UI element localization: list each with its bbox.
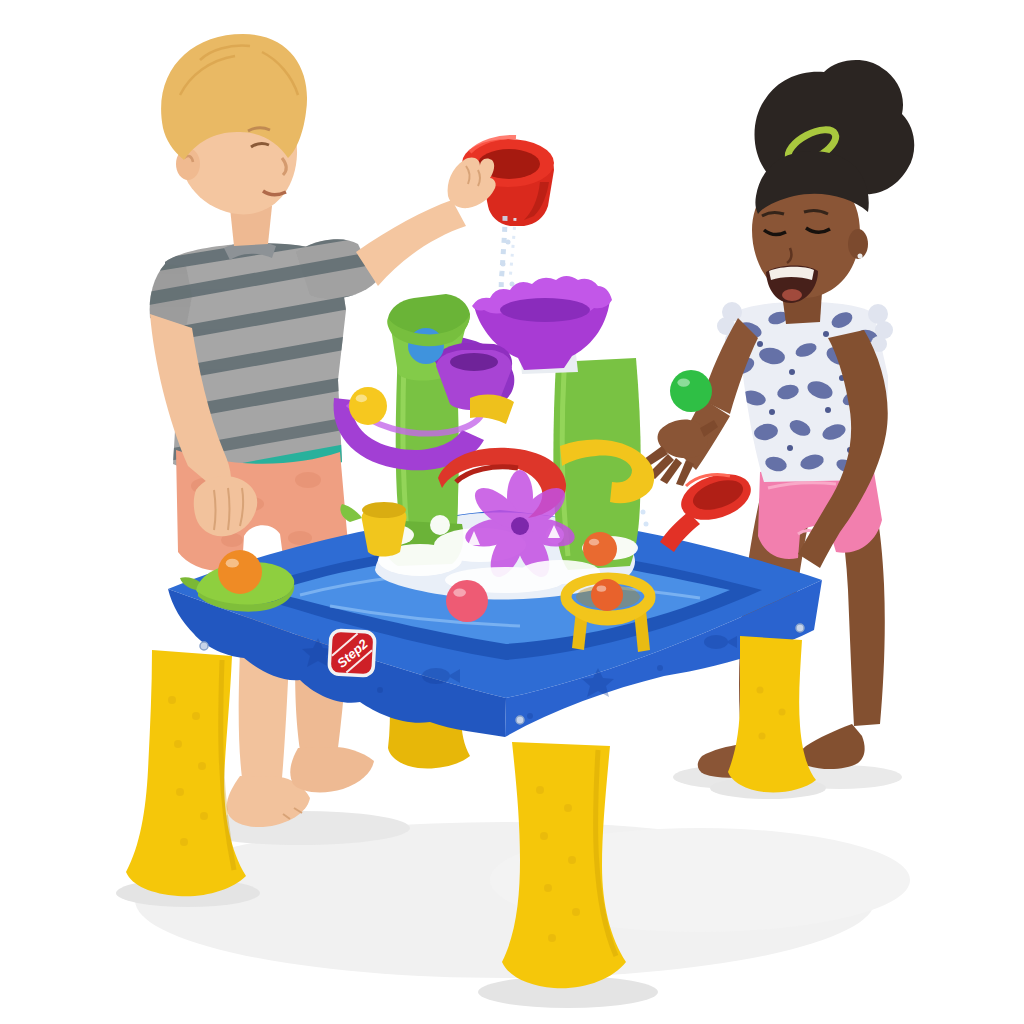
pink-ball-basin-highlight: [453, 588, 466, 596]
table-leg-front-left: [126, 650, 246, 896]
scene-photo: Step2: [0, 0, 1024, 1024]
boy-right-foot: [290, 747, 374, 792]
flower-mouth: [500, 298, 590, 322]
girl-earring: [858, 254, 863, 259]
droplet: [506, 240, 511, 245]
orange-ball-basin: [583, 532, 617, 566]
product-photo-stage: Step2: [0, 0, 1024, 1024]
girl-right-foot: [800, 724, 864, 769]
embossed-fish: [704, 635, 728, 649]
orange-ball-basin-highlight: [589, 539, 599, 546]
brand-logo: Step2: [329, 630, 375, 676]
orange-ball-basket: [591, 579, 623, 611]
yellow-ball-on-spiral-highlight: [356, 395, 367, 403]
water-stream: [501, 216, 516, 296]
orange-ball-basket-highlight: [597, 585, 607, 591]
wheel-hub: [511, 517, 529, 535]
green-ball-falling: [670, 370, 712, 412]
stream-line: [510, 218, 515, 280]
droplet: [501, 262, 506, 267]
boy-right-arm: [356, 200, 466, 286]
droplet: [644, 522, 649, 527]
green-ball-falling-highlight: [677, 378, 690, 386]
orange-ball-left-scoop: [218, 550, 262, 594]
red-scoop: [660, 466, 757, 552]
stream-line: [501, 216, 505, 296]
embossed-fish: [422, 668, 450, 684]
droplet: [641, 510, 646, 515]
table-leg-back-right: [728, 636, 816, 793]
pink-ball-basin: [446, 580, 488, 622]
girl-tongue: [782, 289, 802, 301]
orange-ball-left-scoop-highlight: [226, 559, 239, 568]
mid-funnel-mouth: [450, 353, 498, 371]
island-cup-rim: [362, 502, 406, 518]
yellow-ball-on-spiral: [349, 387, 387, 425]
